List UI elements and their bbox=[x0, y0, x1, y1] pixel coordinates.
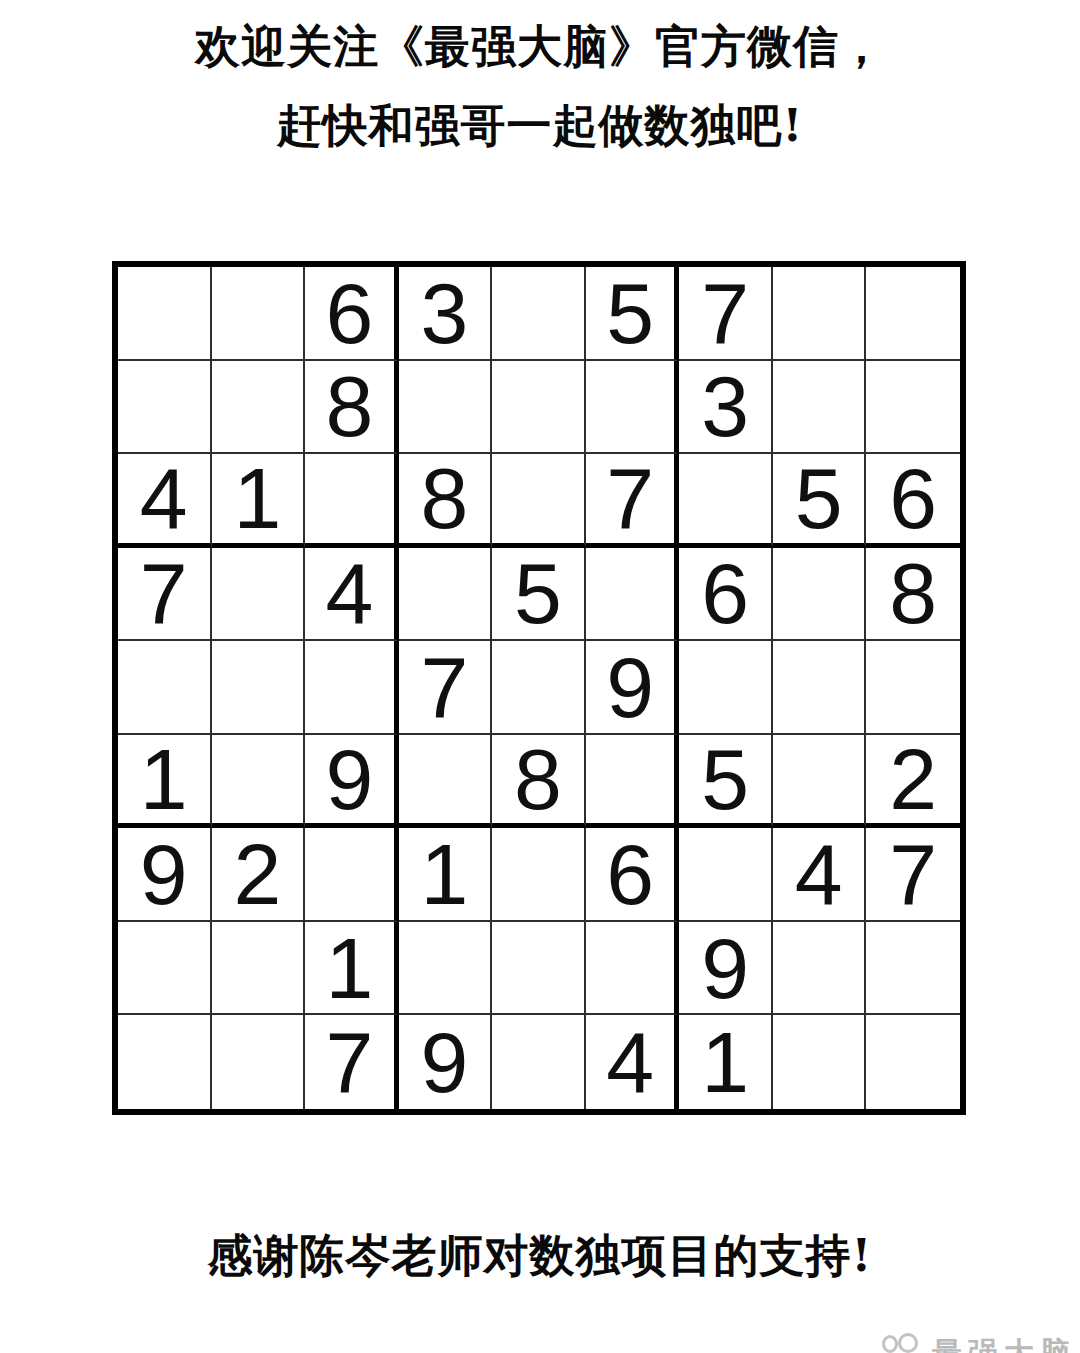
cell-r9c7: 1 bbox=[679, 1015, 773, 1109]
sudoku-board: 635783418756745687919852921647197941 bbox=[112, 261, 966, 1115]
cell-r5c5 bbox=[492, 641, 586, 735]
cell-r1c2 bbox=[212, 267, 306, 361]
cell-r6c5: 8 bbox=[492, 735, 586, 829]
cell-r9c4: 9 bbox=[399, 1015, 493, 1109]
cell-r2c2 bbox=[212, 361, 306, 455]
cell-r5c1 bbox=[118, 641, 212, 735]
cell-r5c2 bbox=[212, 641, 306, 735]
cell-r2c9 bbox=[866, 361, 960, 455]
cell-r4c2 bbox=[212, 548, 306, 642]
cell-r4c1: 7 bbox=[118, 548, 212, 642]
cell-r5c6: 9 bbox=[586, 641, 680, 735]
cell-r3c7 bbox=[679, 454, 773, 548]
cell-r7c8: 4 bbox=[773, 828, 867, 922]
cell-r7c6: 6 bbox=[586, 828, 680, 922]
cell-r7c4: 1 bbox=[399, 828, 493, 922]
watermark-text: 最强大脑 bbox=[932, 1333, 1076, 1353]
cell-r8c3: 1 bbox=[305, 922, 399, 1016]
cell-r7c2: 2 bbox=[212, 828, 306, 922]
cell-r6c3: 9 bbox=[305, 735, 399, 829]
page-title-line1: 欢迎关注《最强大脑》官方微信， bbox=[0, 22, 1080, 72]
cell-r8c8 bbox=[773, 922, 867, 1016]
cell-r7c9: 7 bbox=[866, 828, 960, 922]
cell-r6c1: 1 bbox=[118, 735, 212, 829]
cell-r8c9 bbox=[866, 922, 960, 1016]
brain-logo-icon bbox=[882, 1333, 918, 1353]
cell-r5c3 bbox=[305, 641, 399, 735]
cell-r6c7: 5 bbox=[679, 735, 773, 829]
cell-r4c9: 8 bbox=[866, 548, 960, 642]
cell-r1c5 bbox=[492, 267, 586, 361]
cell-r2c5 bbox=[492, 361, 586, 455]
cell-r1c4: 3 bbox=[399, 267, 493, 361]
cell-r6c2 bbox=[212, 735, 306, 829]
cell-r6c6 bbox=[586, 735, 680, 829]
cell-r3c1: 4 bbox=[118, 454, 212, 548]
cell-r7c7 bbox=[679, 828, 773, 922]
cell-r2c1 bbox=[118, 361, 212, 455]
cell-r8c5 bbox=[492, 922, 586, 1016]
cell-r2c6 bbox=[586, 361, 680, 455]
cell-r1c7: 7 bbox=[679, 267, 773, 361]
cell-r9c5 bbox=[492, 1015, 586, 1109]
cell-r3c6: 7 bbox=[586, 454, 680, 548]
cell-r1c1 bbox=[118, 267, 212, 361]
cell-r8c2 bbox=[212, 922, 306, 1016]
cell-r3c9: 6 bbox=[866, 454, 960, 548]
cell-r9c6: 4 bbox=[586, 1015, 680, 1109]
cell-r3c2: 1 bbox=[212, 454, 306, 548]
cell-r9c9 bbox=[866, 1015, 960, 1109]
cell-r5c7 bbox=[679, 641, 773, 735]
cell-r1c3: 6 bbox=[305, 267, 399, 361]
cell-r2c4 bbox=[399, 361, 493, 455]
cell-r9c1 bbox=[118, 1015, 212, 1109]
cell-r5c8 bbox=[773, 641, 867, 735]
cell-r6c8 bbox=[773, 735, 867, 829]
cell-r4c3: 4 bbox=[305, 548, 399, 642]
cell-r8c7: 9 bbox=[679, 922, 773, 1016]
cell-r5c9 bbox=[866, 641, 960, 735]
cell-r4c7: 6 bbox=[679, 548, 773, 642]
cell-r7c5 bbox=[492, 828, 586, 922]
cell-r9c3: 7 bbox=[305, 1015, 399, 1109]
footer-note: 感谢陈岑老师对数独项目的支持! bbox=[0, 1226, 1080, 1286]
cell-r2c3: 8 bbox=[305, 361, 399, 455]
cell-r3c5 bbox=[492, 454, 586, 548]
page-title-line2: 赶快和强哥一起做数独吧! bbox=[0, 101, 1080, 151]
cell-r3c3 bbox=[305, 454, 399, 548]
cell-r8c6 bbox=[586, 922, 680, 1016]
cell-r8c1 bbox=[118, 922, 212, 1016]
watermark: 最强大脑 bbox=[882, 1333, 1076, 1353]
cell-r2c8 bbox=[773, 361, 867, 455]
cell-r1c9 bbox=[866, 267, 960, 361]
cell-r7c3 bbox=[305, 828, 399, 922]
cell-r2c7: 3 bbox=[679, 361, 773, 455]
cell-r9c8 bbox=[773, 1015, 867, 1109]
cell-r6c9: 2 bbox=[866, 735, 960, 829]
cell-r3c8: 5 bbox=[773, 454, 867, 548]
cell-r5c4: 7 bbox=[399, 641, 493, 735]
cell-r4c4 bbox=[399, 548, 493, 642]
cell-r1c8 bbox=[773, 267, 867, 361]
cell-r8c4 bbox=[399, 922, 493, 1016]
cell-r9c2 bbox=[212, 1015, 306, 1109]
cell-r6c4 bbox=[399, 735, 493, 829]
cell-r7c1: 9 bbox=[118, 828, 212, 922]
cell-r4c6 bbox=[586, 548, 680, 642]
cell-r4c5: 5 bbox=[492, 548, 586, 642]
cell-r4c8 bbox=[773, 548, 867, 642]
cell-r3c4: 8 bbox=[399, 454, 493, 548]
cell-r1c6: 5 bbox=[586, 267, 680, 361]
page-background: 欢迎关注《最强大脑》官方微信， 赶快和强哥一起做数独吧! 63578341875… bbox=[0, 0, 1080, 1353]
